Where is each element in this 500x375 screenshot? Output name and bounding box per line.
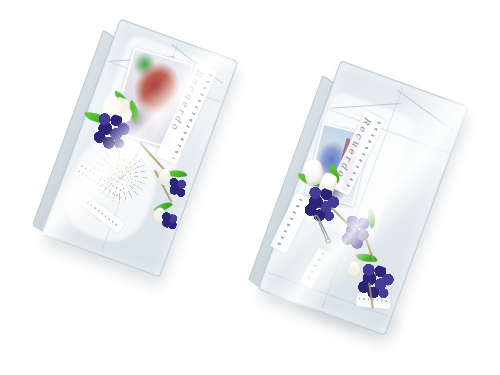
favor-box-left: Recuerdo <box>41 18 238 277</box>
favor-box-right: Recuerdo <box>257 60 468 336</box>
photo-canvas: Recuerdo <box>0 0 500 375</box>
